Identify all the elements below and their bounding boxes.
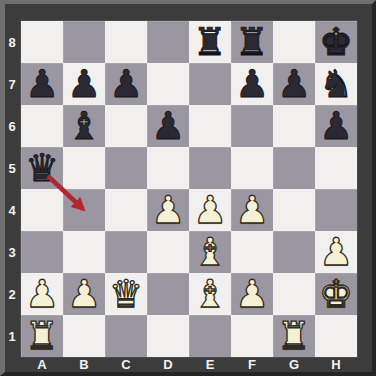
square-c4[interactable] bbox=[105, 189, 147, 231]
chess-board: ♜♜♚♟♟♟♟♟♞♝♟♟♛♟♟♟♝♟♟♟♛♝♟♚♜♜ bbox=[21, 21, 357, 357]
piece-black-pawn: ♟ bbox=[67, 63, 101, 105]
square-a6[interactable] bbox=[21, 105, 63, 147]
square-g8[interactable] bbox=[273, 21, 315, 63]
square-b1[interactable] bbox=[63, 315, 105, 357]
piece-white-pawn: ♟ bbox=[25, 273, 59, 315]
square-g2[interactable] bbox=[273, 273, 315, 315]
piece-white-pawn: ♟ bbox=[235, 189, 269, 231]
square-g3[interactable] bbox=[273, 231, 315, 273]
piece-black-queen: ♛ bbox=[25, 147, 59, 189]
piece-white-bishop: ♝ bbox=[193, 231, 227, 273]
rank-label-3: 3 bbox=[4, 231, 20, 273]
rank-label-8: 8 bbox=[4, 21, 20, 63]
square-h5[interactable] bbox=[315, 147, 357, 189]
square-a3[interactable] bbox=[21, 231, 63, 273]
square-d3[interactable] bbox=[147, 231, 189, 273]
square-g5[interactable] bbox=[273, 147, 315, 189]
piece-white-pawn: ♟ bbox=[235, 273, 269, 315]
rank-label-5: 5 bbox=[4, 147, 20, 189]
square-d5[interactable] bbox=[147, 147, 189, 189]
square-b4[interactable] bbox=[63, 189, 105, 231]
square-b8[interactable] bbox=[63, 21, 105, 63]
square-b2[interactable]: ♟ bbox=[63, 273, 105, 315]
rank-label-7: 7 bbox=[4, 63, 20, 105]
piece-black-pawn: ♟ bbox=[319, 105, 353, 147]
square-a2[interactable]: ♟ bbox=[21, 273, 63, 315]
square-a1[interactable]: ♜ bbox=[21, 315, 63, 357]
file-label-b: B bbox=[63, 357, 105, 372]
square-c5[interactable] bbox=[105, 147, 147, 189]
square-h7[interactable]: ♞ bbox=[315, 63, 357, 105]
piece-black-rook: ♜ bbox=[193, 21, 227, 63]
piece-white-rook: ♜ bbox=[277, 315, 311, 357]
square-b7[interactable]: ♟ bbox=[63, 63, 105, 105]
square-h3[interactable]: ♟ bbox=[315, 231, 357, 273]
square-f3[interactable] bbox=[231, 231, 273, 273]
piece-black-pawn: ♟ bbox=[109, 63, 143, 105]
square-a4[interactable] bbox=[21, 189, 63, 231]
piece-black-pawn: ♟ bbox=[25, 63, 59, 105]
piece-black-rook: ♜ bbox=[235, 21, 269, 63]
square-d6[interactable]: ♟ bbox=[147, 105, 189, 147]
file-labels: ABCDEFGH bbox=[21, 357, 357, 372]
file-label-a: A bbox=[21, 357, 63, 372]
square-a5[interactable]: ♛ bbox=[21, 147, 63, 189]
square-c1[interactable] bbox=[105, 315, 147, 357]
square-a7[interactable]: ♟ bbox=[21, 63, 63, 105]
square-c2[interactable]: ♛ bbox=[105, 273, 147, 315]
square-f1[interactable] bbox=[231, 315, 273, 357]
piece-white-pawn: ♟ bbox=[67, 273, 101, 315]
square-g6[interactable] bbox=[273, 105, 315, 147]
file-label-f: F bbox=[231, 357, 273, 372]
square-e4[interactable]: ♟ bbox=[189, 189, 231, 231]
square-d4[interactable]: ♟ bbox=[147, 189, 189, 231]
square-c8[interactable] bbox=[105, 21, 147, 63]
square-h6[interactable]: ♟ bbox=[315, 105, 357, 147]
rank-label-6: 6 bbox=[4, 105, 20, 147]
piece-white-pawn: ♟ bbox=[319, 231, 353, 273]
piece-black-pawn: ♟ bbox=[151, 105, 185, 147]
square-f5[interactable] bbox=[231, 147, 273, 189]
square-g4[interactable] bbox=[273, 189, 315, 231]
piece-white-pawn: ♟ bbox=[151, 189, 185, 231]
piece-white-bishop: ♝ bbox=[193, 273, 227, 315]
square-g7[interactable]: ♟ bbox=[273, 63, 315, 105]
square-d7[interactable] bbox=[147, 63, 189, 105]
piece-white-pawn: ♟ bbox=[193, 189, 227, 231]
square-h2[interactable]: ♚ bbox=[315, 273, 357, 315]
square-b3[interactable] bbox=[63, 231, 105, 273]
square-e8[interactable]: ♜ bbox=[189, 21, 231, 63]
square-h4[interactable] bbox=[315, 189, 357, 231]
square-d1[interactable] bbox=[147, 315, 189, 357]
square-e3[interactable]: ♝ bbox=[189, 231, 231, 273]
square-h1[interactable] bbox=[315, 315, 357, 357]
square-e1[interactable] bbox=[189, 315, 231, 357]
square-g1[interactable]: ♜ bbox=[273, 315, 315, 357]
square-c7[interactable]: ♟ bbox=[105, 63, 147, 105]
square-c3[interactable] bbox=[105, 231, 147, 273]
rank-label-1: 1 bbox=[4, 315, 20, 357]
piece-white-queen: ♛ bbox=[109, 273, 143, 315]
square-d2[interactable] bbox=[147, 273, 189, 315]
rank-labels: 87654321 bbox=[4, 21, 20, 357]
square-f6[interactable] bbox=[231, 105, 273, 147]
file-label-e: E bbox=[189, 357, 231, 372]
square-b6[interactable]: ♝ bbox=[63, 105, 105, 147]
rank-label-2: 2 bbox=[4, 273, 20, 315]
file-label-h: H bbox=[315, 357, 357, 372]
square-f2[interactable]: ♟ bbox=[231, 273, 273, 315]
piece-black-king: ♚ bbox=[319, 21, 353, 63]
square-b5[interactable] bbox=[63, 147, 105, 189]
square-d8[interactable] bbox=[147, 21, 189, 63]
square-e2[interactable]: ♝ bbox=[189, 273, 231, 315]
piece-black-bishop: ♝ bbox=[67, 105, 101, 147]
square-e6[interactable] bbox=[189, 105, 231, 147]
square-a8[interactable] bbox=[21, 21, 63, 63]
file-label-c: C bbox=[105, 357, 147, 372]
square-e5[interactable] bbox=[189, 147, 231, 189]
piece-black-pawn: ♟ bbox=[277, 63, 311, 105]
square-h8[interactable]: ♚ bbox=[315, 21, 357, 63]
square-c6[interactable] bbox=[105, 105, 147, 147]
piece-white-rook: ♜ bbox=[25, 315, 59, 357]
file-label-d: D bbox=[147, 357, 189, 372]
square-f8[interactable]: ♜ bbox=[231, 21, 273, 63]
file-label-g: G bbox=[273, 357, 315, 372]
square-f7[interactable]: ♟ bbox=[231, 63, 273, 105]
square-e7[interactable] bbox=[189, 63, 231, 105]
piece-black-knight: ♞ bbox=[319, 63, 353, 105]
piece-black-pawn: ♟ bbox=[235, 63, 269, 105]
piece-white-king: ♚ bbox=[319, 273, 353, 315]
square-f4[interactable]: ♟ bbox=[231, 189, 273, 231]
rank-label-4: 4 bbox=[4, 189, 20, 231]
chess-board-window: 87654321 ♜♜♚♟♟♟♟♟♞♝♟♟♛♟♟♟♝♟♟♟♛♝♟♚♜♜ ABCD… bbox=[0, 0, 376, 376]
